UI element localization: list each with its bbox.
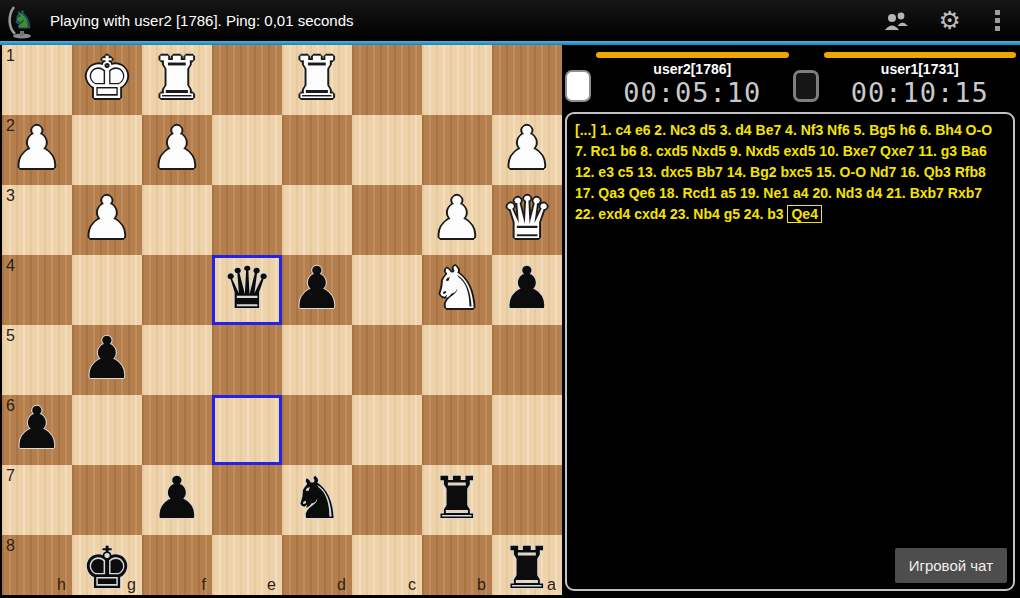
square-d1[interactable]: ♜ <box>282 45 352 115</box>
players-icon[interactable] <box>883 10 909 32</box>
settings-icon[interactable]: ⚙ <box>939 8 961 33</box>
square-e1[interactable] <box>212 45 282 115</box>
rank-label-8: 8 <box>6 537 15 555</box>
black-queen-e4: ♛ <box>212 255 282 325</box>
square-a4[interactable]: ♟ <box>492 255 562 325</box>
square-a6[interactable] <box>492 395 562 465</box>
rank-label-7: 7 <box>6 467 15 485</box>
square-e6[interactable] <box>212 395 282 465</box>
board-area: 1♚♜♜2♟♟♟3♟♟♛4♛♟♞♟5♟6♟7♟♞♜8hg♚fedcba♜ <box>0 45 562 595</box>
square-a1[interactable] <box>492 45 562 115</box>
square-a3[interactable]: ♛ <box>492 185 562 255</box>
black-time-bar <box>824 52 1017 58</box>
square-c1[interactable] <box>352 45 422 115</box>
black-pawn-a4: ♟ <box>492 255 562 325</box>
square-c3[interactable] <box>352 185 422 255</box>
white-pawn-a2: ♟ <box>492 115 562 185</box>
game-chat-button[interactable]: Игровой чат <box>895 548 1007 583</box>
square-b6[interactable] <box>422 395 492 465</box>
black-pawn-g5: ♟ <box>72 325 142 395</box>
square-g3[interactable]: ♟ <box>72 185 142 255</box>
white-pawn-b3: ♟ <box>422 185 492 255</box>
square-c7[interactable] <box>352 465 422 535</box>
square-c2[interactable] <box>352 115 422 185</box>
square-g2[interactable] <box>72 115 142 185</box>
square-e8[interactable]: e <box>212 535 282 595</box>
clocks-row: user2[1786] 00:05:10 user1[1731] 00:10:1… <box>562 45 1020 107</box>
square-b7[interactable]: ♜ <box>422 465 492 535</box>
square-a7[interactable] <box>492 465 562 535</box>
game-panel: user2[1786] 00:05:10 user1[1731] 00:10:1… <box>562 45 1020 598</box>
square-a8[interactable]: a♜ <box>492 535 562 595</box>
square-b2[interactable] <box>422 115 492 185</box>
square-d4[interactable]: ♟ <box>282 255 352 325</box>
square-c4[interactable] <box>352 255 422 325</box>
white-pawn-g3: ♟ <box>72 185 142 255</box>
square-h1[interactable]: 1 <box>2 45 72 115</box>
white-rook-d1: ♜ <box>282 45 352 115</box>
square-h3[interactable]: 3 <box>2 185 72 255</box>
square-g6[interactable] <box>72 395 142 465</box>
square-g8[interactable]: g♚ <box>72 535 142 595</box>
square-c5[interactable] <box>352 325 422 395</box>
square-g5[interactable]: ♟ <box>72 325 142 395</box>
rank-label-5: 5 <box>6 327 15 345</box>
white-player-clock: 00:05:10 <box>623 78 761 107</box>
square-f3[interactable] <box>142 185 212 255</box>
black-rook-b7: ♜ <box>422 465 492 535</box>
black-pawn-d4: ♟ <box>282 255 352 325</box>
file-label-c: c <box>408 576 416 594</box>
square-a2[interactable]: ♟ <box>492 115 562 185</box>
square-f6[interactable] <box>142 395 212 465</box>
rank-label-1: 1 <box>6 47 15 65</box>
black-side-indicator <box>793 70 819 102</box>
square-h7[interactable]: 7 <box>2 465 72 535</box>
app-bar: ♞ Playing with user2 [1786]. Ping: 0,01 … <box>0 0 1020 41</box>
rank-label-3: 3 <box>6 187 15 205</box>
square-h8[interactable]: 8h <box>2 535 72 595</box>
square-d6[interactable] <box>282 395 352 465</box>
black-player-name: user1[1731] <box>881 61 959 78</box>
square-d2[interactable] <box>282 115 352 185</box>
square-a5[interactable] <box>492 325 562 395</box>
square-d8[interactable]: d <box>282 535 352 595</box>
rank-label-6: 6 <box>6 397 15 415</box>
square-e3[interactable] <box>212 185 282 255</box>
app-logo-icon: ♞ <box>6 3 40 39</box>
square-c8[interactable]: c <box>352 535 422 595</box>
rank-label-4: 4 <box>6 257 15 275</box>
window-title: Playing with user2 [1786]. Ping: 0,01 se… <box>50 12 883 29</box>
file-label-d: d <box>337 576 346 594</box>
square-f4[interactable] <box>142 255 212 325</box>
square-h6[interactable]: 6♟ <box>2 395 72 465</box>
square-f8[interactable]: f <box>142 535 212 595</box>
chess-board: 1♚♜♜2♟♟♟3♟♟♛4♛♟♞♟5♟6♟7♟♞♜8hg♚fedcba♜ <box>2 45 562 595</box>
last-move-highlight: Qe4 <box>787 205 821 223</box>
move-list-box: [...] 1. c4 e6 2. Nc3 d5 3. d4 Be7 4. Nf… <box>565 112 1015 591</box>
square-e5[interactable] <box>212 325 282 395</box>
square-f5[interactable] <box>142 325 212 395</box>
rank-label-2: 2 <box>6 117 15 135</box>
white-time-bar <box>596 52 789 58</box>
white-king-g1: ♚ <box>72 45 142 115</box>
black-pawn-f7: ♟ <box>142 465 212 535</box>
square-b4[interactable]: ♞ <box>422 255 492 325</box>
square-f7[interactable]: ♟ <box>142 465 212 535</box>
white-player-name: user2[1786] <box>653 61 731 78</box>
square-b1[interactable] <box>422 45 492 115</box>
file-label-g: g <box>127 576 136 594</box>
square-g4[interactable] <box>72 255 142 325</box>
overflow-menu-icon[interactable] <box>991 6 1004 35</box>
file-label-b: b <box>477 576 486 594</box>
square-c6[interactable] <box>352 395 422 465</box>
square-e2[interactable] <box>212 115 282 185</box>
white-rook-f1: ♜ <box>142 45 212 115</box>
square-f2[interactable]: ♟ <box>142 115 212 185</box>
black-player-clock: 00:10:15 <box>851 78 989 107</box>
file-label-h: h <box>57 576 66 594</box>
black-player-block: user1[1731] 00:10:15 <box>793 49 1017 107</box>
square-d5[interactable] <box>282 325 352 395</box>
move-list[interactable]: [...] 1. c4 e6 2. Nc3 d5 3. d4 Be7 4. Nf… <box>575 120 1005 225</box>
square-g1[interactable]: ♚ <box>72 45 142 115</box>
white-knight-b4: ♞ <box>422 255 492 325</box>
white-player-block: user2[1786] 00:05:10 <box>565 49 789 107</box>
black-knight-d7: ♞ <box>282 465 352 535</box>
square-e4[interactable]: ♛ <box>212 255 282 325</box>
white-pawn-f2: ♟ <box>142 115 212 185</box>
file-label-e: e <box>267 576 276 594</box>
file-label-a: a <box>547 576 556 594</box>
square-d7[interactable]: ♞ <box>282 465 352 535</box>
square-g7[interactable] <box>72 465 142 535</box>
square-h4[interactable]: 4 <box>2 255 72 325</box>
square-h2[interactable]: 2♟ <box>2 115 72 185</box>
file-label-f: f <box>202 576 206 594</box>
square-d3[interactable] <box>282 185 352 255</box>
white-side-indicator <box>565 70 591 102</box>
square-b8[interactable]: b <box>422 535 492 595</box>
square-e7[interactable] <box>212 465 282 535</box>
square-f1[interactable]: ♜ <box>142 45 212 115</box>
move-list-text: [...] 1. c4 e6 2. Nc3 d5 3. d4 Be7 4. Nf… <box>575 122 992 222</box>
svg-text:♞: ♞ <box>12 6 34 34</box>
square-b5[interactable] <box>422 325 492 395</box>
square-b3[interactable]: ♟ <box>422 185 492 255</box>
square-h5[interactable]: 5 <box>2 325 72 395</box>
white-queen-a3: ♛ <box>492 185 562 255</box>
